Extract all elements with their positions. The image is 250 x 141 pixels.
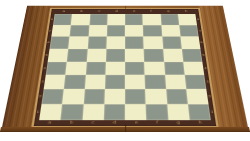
photo-background: abcdefgh abcdefgh 87654321 87654321 [0, 0, 250, 141]
square-e1[interactable] [125, 104, 146, 120]
square-c8[interactable] [89, 14, 107, 25]
coordinate-label: 2 [208, 95, 211, 98]
square-f6[interactable] [143, 37, 162, 49]
square-f5[interactable] [144, 49, 164, 62]
square-a7[interactable] [51, 25, 71, 37]
square-d6[interactable] [106, 37, 125, 49]
square-b5[interactable] [67, 49, 87, 62]
square-d1[interactable] [104, 104, 125, 120]
square-e7[interactable] [125, 25, 143, 37]
coordinate-label: 8 [197, 18, 200, 20]
square-g2[interactable] [166, 89, 188, 104]
square-h3[interactable] [184, 75, 206, 89]
file-labels-top: abcdefgh [55, 9, 196, 14]
coordinate-label: d [115, 10, 118, 12]
square-g5[interactable] [163, 49, 183, 62]
square-a2[interactable] [41, 89, 64, 104]
square-g8[interactable] [160, 14, 179, 25]
square-c7[interactable] [88, 25, 107, 37]
coordinate-label: 1 [210, 110, 213, 113]
coordinate-label: a [62, 10, 65, 12]
square-a8[interactable] [53, 14, 72, 25]
square-d2[interactable] [104, 89, 125, 104]
coordinate-label: g [177, 121, 181, 125]
square-f8[interactable] [143, 14, 161, 25]
coordinate-label: 5 [202, 54, 205, 57]
square-g1[interactable] [167, 104, 190, 120]
coordinate-label: e [133, 10, 136, 12]
square-f1[interactable] [146, 104, 168, 120]
square-c3[interactable] [84, 75, 105, 89]
square-d7[interactable] [107, 25, 125, 37]
coordinate-label: h [185, 10, 188, 12]
coordinate-label: a [48, 121, 52, 125]
fold-seam-bottom [125, 124, 126, 132]
square-h1[interactable] [188, 104, 211, 120]
square-a5[interactable] [48, 49, 69, 62]
coordinate-label: 7 [199, 30, 202, 32]
square-b3[interactable] [64, 75, 85, 89]
square-g6[interactable] [162, 37, 182, 49]
square-h4[interactable] [183, 62, 204, 75]
square-c1[interactable] [82, 104, 104, 120]
square-g3[interactable] [165, 75, 186, 89]
square-g7[interactable] [161, 25, 180, 37]
coordinate-label: h [198, 121, 202, 125]
square-e6[interactable] [125, 37, 144, 49]
square-c4[interactable] [85, 62, 105, 75]
square-e4[interactable] [125, 62, 145, 75]
square-d8[interactable] [107, 14, 125, 25]
square-b6[interactable] [68, 37, 88, 49]
coordinate-label: c [98, 10, 100, 12]
square-h8[interactable] [178, 14, 197, 25]
square-f7[interactable] [143, 25, 162, 37]
fold-seam-top [125, 6, 126, 9]
square-b4[interactable] [66, 62, 87, 75]
coordinate-label: 3 [206, 81, 209, 84]
square-d4[interactable] [105, 62, 125, 75]
coordinate-label: f [150, 10, 152, 12]
square-a1[interactable] [39, 104, 62, 120]
coordinate-label: 2 [39, 95, 42, 98]
square-a4[interactable] [46, 62, 67, 75]
square-d5[interactable] [106, 49, 125, 62]
square-h5[interactable] [182, 49, 203, 62]
square-c6[interactable] [87, 37, 106, 49]
chessboard: abcdefgh abcdefgh 87654321 87654321 [2, 6, 248, 127]
square-e2[interactable] [125, 89, 146, 104]
square-g4[interactable] [164, 62, 185, 75]
square-h2[interactable] [186, 89, 209, 104]
square-d3[interactable] [105, 75, 125, 89]
coordinate-label: b [80, 10, 83, 12]
board-grid [39, 14, 211, 120]
coordinate-label: 1 [36, 110, 39, 113]
square-a3[interactable] [44, 75, 66, 89]
square-e5[interactable] [125, 49, 144, 62]
coordinate-label: 4 [204, 67, 207, 70]
coordinate-label: 6 [200, 41, 203, 43]
square-a6[interactable] [50, 37, 70, 49]
coordinate-label: g [167, 10, 170, 12]
coordinate-label: c [91, 121, 94, 125]
coordinate-label: b [70, 121, 74, 125]
square-h7[interactable] [179, 25, 199, 37]
square-e3[interactable] [125, 75, 145, 89]
square-f3[interactable] [145, 75, 166, 89]
square-c2[interactable] [83, 89, 104, 104]
square-f4[interactable] [144, 62, 164, 75]
coordinate-label: e [135, 121, 138, 125]
square-f2[interactable] [145, 89, 166, 104]
square-b2[interactable] [62, 89, 84, 104]
coordinate-label: d [113, 121, 116, 125]
coordinate-label: f [156, 121, 158, 125]
square-b8[interactable] [71, 14, 90, 25]
square-c5[interactable] [86, 49, 106, 62]
square-b1[interactable] [61, 104, 84, 120]
square-b7[interactable] [70, 25, 89, 37]
square-h6[interactable] [180, 37, 200, 49]
square-e8[interactable] [125, 14, 143, 25]
